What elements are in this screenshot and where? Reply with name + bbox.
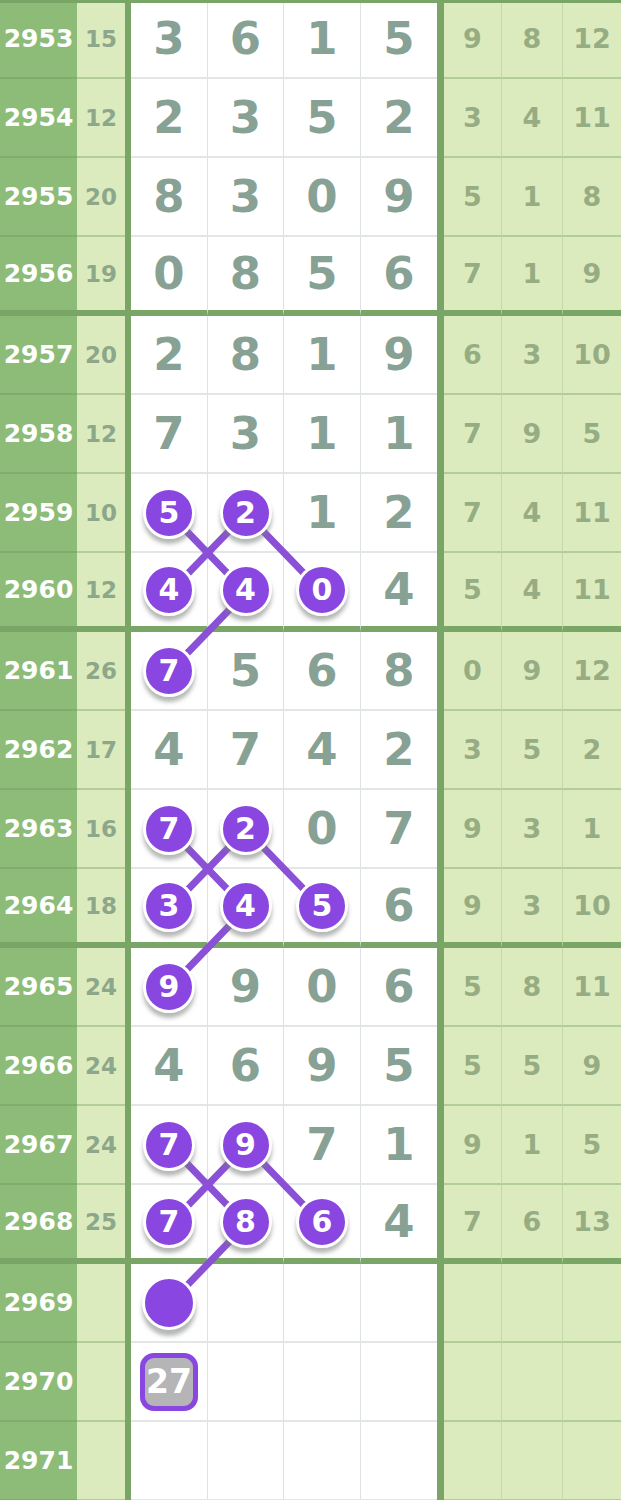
extra-cell: 9	[444, 869, 502, 948]
digit-value: 1	[306, 486, 337, 539]
digit-value: 2	[383, 486, 414, 539]
period-cell: 2971	[0, 1422, 77, 1500]
digit-cell: 3	[131, 0, 208, 79]
section-divider	[437, 1264, 444, 1343]
digit-value: 8	[230, 247, 261, 300]
circled-digit: 2	[220, 487, 272, 539]
table-row: 2969	[0, 1264, 621, 1343]
extra-cell	[502, 1343, 563, 1422]
sum-cell: 20	[77, 316, 125, 395]
digit-cell: 4	[131, 553, 208, 632]
extra-cell: 7	[444, 237, 502, 316]
period-cell: 2962	[0, 711, 77, 790]
period-cell: 2955	[0, 158, 77, 237]
digit-cell: 9	[208, 948, 284, 1027]
extra-cell: 9	[563, 1027, 621, 1106]
digit-cell: 2	[208, 474, 284, 553]
section-divider	[437, 869, 444, 948]
circled-digit: 0	[296, 564, 348, 616]
extra-cell: 2	[563, 711, 621, 790]
digit-cell	[131, 1422, 208, 1500]
table-row: 297027	[0, 1343, 621, 1422]
digit-cell: 5	[284, 869, 361, 948]
section-divider	[437, 1106, 444, 1185]
extra-cell: 5	[444, 158, 502, 237]
digit-cell: 1	[284, 474, 361, 553]
extra-cell: 5	[444, 553, 502, 632]
circled-digit: 4	[143, 564, 195, 616]
table-row: 29531536159812	[0, 0, 621, 79]
digit-cell: 6	[361, 869, 437, 948]
digit-cell: 8	[208, 316, 284, 395]
digit-cell: 0	[284, 948, 361, 1027]
section-divider	[437, 158, 444, 237]
digit-value: 9	[306, 1039, 337, 1092]
extra-cell: 5	[502, 711, 563, 790]
table-row: 2966244695559	[0, 1027, 621, 1106]
digit-cell: 7	[131, 632, 208, 711]
extra-cell: 1	[502, 237, 563, 316]
section-divider	[437, 79, 444, 158]
extra-cell	[444, 1343, 502, 1422]
digit-cell: 2	[208, 790, 284, 869]
extra-cell: 11	[563, 79, 621, 158]
extra-cell: 11	[563, 948, 621, 1027]
digit-value: 7	[153, 407, 184, 460]
digit-value: 9	[230, 960, 261, 1013]
digit-value: 4	[383, 563, 414, 616]
digit-cell: 7	[131, 1106, 208, 1185]
digit-cell: 7	[131, 1185, 208, 1264]
digit-value: 1	[306, 12, 337, 65]
sum-cell	[77, 1343, 125, 1422]
digit-cell	[208, 1343, 284, 1422]
digit-cell	[284, 1343, 361, 1422]
extra-cell: 7	[444, 474, 502, 553]
section-divider	[437, 237, 444, 316]
table-row: 2971	[0, 1422, 621, 1500]
digit-value: 2	[383, 723, 414, 776]
period-cell: 2961	[0, 632, 77, 711]
digit-cell: 6	[208, 0, 284, 79]
digit-value: 1	[383, 407, 414, 460]
table-row: 29591052127411	[0, 474, 621, 553]
digit-value: 8	[383, 644, 414, 697]
period-cell: 2954	[0, 79, 77, 158]
extra-cell: 3	[502, 869, 563, 948]
extra-cell: 0	[444, 632, 502, 711]
digit-cell: 4	[208, 869, 284, 948]
section-divider	[437, 1185, 444, 1264]
digit-cell: 1	[361, 1106, 437, 1185]
circled-digit: 7	[143, 1119, 195, 1171]
section-divider	[437, 474, 444, 553]
digit-value: 3	[230, 91, 261, 144]
digit-value: 4	[153, 1039, 184, 1092]
table-row: 29652499065811	[0, 948, 621, 1027]
period-cell: 2958	[0, 395, 77, 474]
section-divider	[437, 553, 444, 632]
digit-value: 1	[306, 407, 337, 460]
period-cell: 2967	[0, 1106, 77, 1185]
extra-cell	[444, 1264, 502, 1343]
circled-digit: 9	[143, 961, 195, 1013]
digit-value: 9	[383, 170, 414, 223]
extra-cell	[444, 1422, 502, 1500]
digit-value: 2	[383, 91, 414, 144]
sum-cell: 12	[77, 553, 125, 632]
section-divider	[437, 395, 444, 474]
digit-cell: 5	[131, 474, 208, 553]
extra-cell: 4	[502, 79, 563, 158]
digit-cell	[284, 1422, 361, 1500]
digit-value: 4	[153, 723, 184, 776]
digit-cell: 3	[208, 395, 284, 474]
table-row: 29541223523411	[0, 79, 621, 158]
digit-cell: 2	[361, 474, 437, 553]
digit-value: 2	[153, 91, 184, 144]
digit-cell: 2	[361, 711, 437, 790]
period-cell: 2957	[0, 316, 77, 395]
digit-cell: 1	[284, 0, 361, 79]
circled-digit: 4	[220, 880, 272, 932]
extra-cell: 5	[563, 395, 621, 474]
circled-digit: 2	[220, 803, 272, 855]
digit-cell: 0	[131, 237, 208, 316]
period-cell: 2963	[0, 790, 77, 869]
extra-cell	[563, 1264, 621, 1343]
circled-digit: 4	[220, 564, 272, 616]
circled-digit: 5	[143, 487, 195, 539]
digit-cell: 1	[361, 395, 437, 474]
digit-cell: 9	[131, 948, 208, 1027]
digit-cell: 4	[131, 1027, 208, 1106]
extra-cell: 8	[502, 0, 563, 79]
digit-value: 7	[383, 802, 414, 855]
sum-cell: 19	[77, 237, 125, 316]
extra-cell: 7	[444, 1185, 502, 1264]
digit-cell: 6	[284, 632, 361, 711]
extra-cell: 3	[444, 711, 502, 790]
digit-cell: 0	[284, 790, 361, 869]
section-divider	[437, 316, 444, 395]
table-top-border	[0, 0, 621, 3]
digit-cell: 6	[208, 1027, 284, 1106]
table-row: 29612675680912	[0, 632, 621, 711]
extra-cell: 5	[563, 1106, 621, 1185]
sum-cell: 20	[77, 158, 125, 237]
digit-cell: 8	[361, 632, 437, 711]
digit-cell: 1	[284, 316, 361, 395]
extra-cell: 9	[563, 237, 621, 316]
extra-cell: 1	[502, 158, 563, 237]
period-cell: 2956	[0, 237, 77, 316]
extra-cell: 10	[563, 316, 621, 395]
digit-cell: 7	[131, 395, 208, 474]
digit-cell	[361, 1422, 437, 1500]
digit-cell: 6	[361, 948, 437, 1027]
table-row: 29682578647613	[0, 1185, 621, 1264]
digit-value: 6	[306, 644, 337, 697]
digit-value: 9	[383, 328, 414, 381]
digit-cell: 5	[208, 632, 284, 711]
extra-cell: 12	[563, 0, 621, 79]
digit-cell: 3	[208, 158, 284, 237]
sum-cell	[77, 1264, 125, 1343]
extra-cell: 9	[502, 632, 563, 711]
extra-cell: 11	[563, 553, 621, 632]
digit-cell: 9	[284, 1027, 361, 1106]
digit-cell: 4	[361, 1185, 437, 1264]
digit-cell: 5	[284, 79, 361, 158]
digit-value: 0	[306, 960, 337, 1013]
sum-cell: 25	[77, 1185, 125, 1264]
extra-cell: 10	[563, 869, 621, 948]
digit-value: 3	[230, 407, 261, 460]
next-number-box: 27	[140, 1353, 198, 1411]
digit-cell: 5	[361, 1027, 437, 1106]
extra-cell: 3	[444, 79, 502, 158]
digit-cell: 4	[284, 711, 361, 790]
digit-cell: 1	[284, 395, 361, 474]
period-cell: 2959	[0, 474, 77, 553]
extra-cell: 1	[563, 790, 621, 869]
trend-chart-table: 2953153615981229541223523411295520830951…	[0, 0, 621, 1500]
extra-cell: 5	[444, 948, 502, 1027]
digit-value: 4	[306, 723, 337, 776]
sum-cell: 24	[77, 948, 125, 1027]
digit-value: 0	[306, 170, 337, 223]
circled-digit: 3	[143, 880, 195, 932]
period-cell: 2965	[0, 948, 77, 1027]
digit-value: 0	[153, 247, 184, 300]
digit-cell: 7	[361, 790, 437, 869]
extra-cell	[563, 1343, 621, 1422]
digit-cell: 27	[131, 1343, 208, 1422]
extra-cell: 5	[444, 1027, 502, 1106]
circled-digit: 9	[220, 1119, 272, 1171]
digit-cell: 3	[131, 869, 208, 948]
digit-value: 1	[383, 1118, 414, 1171]
sum-cell: 24	[77, 1027, 125, 1106]
sum-cell	[77, 1422, 125, 1500]
trend-grid: 2953153615981229541223523411295520830951…	[0, 0, 621, 1500]
digit-cell: 8	[131, 158, 208, 237]
digit-cell: 4	[131, 711, 208, 790]
extra-cell	[502, 1264, 563, 1343]
sum-cell: 16	[77, 790, 125, 869]
trend-dot	[142, 1276, 196, 1330]
digit-cell	[131, 1264, 208, 1343]
digit-value: 6	[383, 879, 414, 932]
digit-cell: 2	[361, 79, 437, 158]
digit-value: 5	[306, 247, 337, 300]
digit-value: 6	[230, 12, 261, 65]
digit-cell: 7	[131, 790, 208, 869]
period-cell: 2953	[0, 0, 77, 79]
digit-value: 4	[383, 1195, 414, 1248]
extra-cell: 5	[502, 1027, 563, 1106]
extra-cell: 6	[444, 316, 502, 395]
extra-cell: 12	[563, 632, 621, 711]
extra-cell: 4	[502, 474, 563, 553]
digit-value: 6	[383, 960, 414, 1013]
digit-value: 5	[383, 12, 414, 65]
digit-value: 6	[230, 1039, 261, 1092]
extra-cell	[502, 1422, 563, 1500]
period-cell: 2966	[0, 1027, 77, 1106]
extra-cell: 4	[502, 553, 563, 632]
digit-cell: 6	[361, 237, 437, 316]
digit-cell: 0	[284, 553, 361, 632]
circled-digit: 7	[143, 1196, 195, 1248]
digit-cell	[208, 1264, 284, 1343]
circled-digit: 7	[143, 645, 195, 697]
table-row: 2955208309518	[0, 158, 621, 237]
table-row: 29601244045411	[0, 553, 621, 632]
period-cell: 2969	[0, 1264, 77, 1343]
sum-cell: 17	[77, 711, 125, 790]
digit-value: 0	[306, 802, 337, 855]
section-divider	[437, 1027, 444, 1106]
section-divider	[437, 1422, 444, 1500]
digit-value: 2	[153, 328, 184, 381]
section-divider	[437, 0, 444, 79]
section-divider	[437, 790, 444, 869]
digit-value: 1	[306, 328, 337, 381]
digit-cell: 0	[284, 158, 361, 237]
digit-cell: 6	[284, 1185, 361, 1264]
extra-cell: 3	[502, 316, 563, 395]
digit-cell: 2	[131, 316, 208, 395]
sum-cell: 10	[77, 474, 125, 553]
section-divider	[437, 632, 444, 711]
digit-cell: 7	[208, 711, 284, 790]
digit-value: 6	[383, 247, 414, 300]
table-row: 2967247971915	[0, 1106, 621, 1185]
extra-cell: 9	[444, 0, 502, 79]
period-cell: 2970	[0, 1343, 77, 1422]
extra-cell: 8	[502, 948, 563, 1027]
digit-value: 3	[230, 170, 261, 223]
section-divider	[437, 948, 444, 1027]
table-row: 2958127311795	[0, 395, 621, 474]
digit-value: 7	[230, 723, 261, 776]
circled-digit: 6	[296, 1196, 348, 1248]
digit-value: 8	[230, 328, 261, 381]
extra-cell: 8	[563, 158, 621, 237]
extra-cell: 9	[502, 395, 563, 474]
extra-cell: 1	[502, 1106, 563, 1185]
digit-cell	[284, 1264, 361, 1343]
period-cell: 2964	[0, 869, 77, 948]
digit-cell: 7	[284, 1106, 361, 1185]
sum-cell: 24	[77, 1106, 125, 1185]
extra-cell: 13	[563, 1185, 621, 1264]
digit-cell: 5	[284, 237, 361, 316]
extra-cell: 3	[502, 790, 563, 869]
digit-cell: 3	[208, 79, 284, 158]
circled-digit: 7	[143, 803, 195, 855]
sum-cell: 26	[77, 632, 125, 711]
digit-cell: 2	[131, 79, 208, 158]
extra-cell: 11	[563, 474, 621, 553]
extra-cell: 7	[444, 395, 502, 474]
table-row: 2956190856719	[0, 237, 621, 316]
extra-cell: 9	[444, 790, 502, 869]
sum-cell: 12	[77, 79, 125, 158]
sum-cell: 15	[77, 0, 125, 79]
table-row: 2962174742352	[0, 711, 621, 790]
digit-cell: 9	[208, 1106, 284, 1185]
sum-cell: 18	[77, 869, 125, 948]
digit-cell: 8	[208, 1185, 284, 1264]
digit-cell: 4	[208, 553, 284, 632]
table-row: 2963167207931	[0, 790, 621, 869]
period-cell: 2968	[0, 1185, 77, 1264]
circled-digit: 8	[220, 1196, 272, 1248]
digit-cell: 4	[361, 553, 437, 632]
extra-cell	[563, 1422, 621, 1500]
table-row: 29641834569310	[0, 869, 621, 948]
table-row: 29572028196310	[0, 316, 621, 395]
digit-value: 3	[153, 12, 184, 65]
digit-cell	[361, 1264, 437, 1343]
extra-cell: 6	[502, 1185, 563, 1264]
circled-digit: 5	[296, 880, 348, 932]
digit-cell: 8	[208, 237, 284, 316]
period-cell: 2960	[0, 553, 77, 632]
digit-value: 5	[383, 1039, 414, 1092]
digit-value: 8	[153, 170, 184, 223]
digit-value: 5	[230, 644, 261, 697]
digit-cell: 9	[361, 158, 437, 237]
digit-value: 7	[306, 1118, 337, 1171]
section-divider	[437, 1343, 444, 1422]
digit-cell: 9	[361, 316, 437, 395]
digit-cell	[361, 1343, 437, 1422]
digit-cell: 5	[361, 0, 437, 79]
section-divider	[437, 711, 444, 790]
sum-cell: 12	[77, 395, 125, 474]
extra-cell: 9	[444, 1106, 502, 1185]
digit-value: 5	[306, 91, 337, 144]
digit-cell	[208, 1422, 284, 1500]
